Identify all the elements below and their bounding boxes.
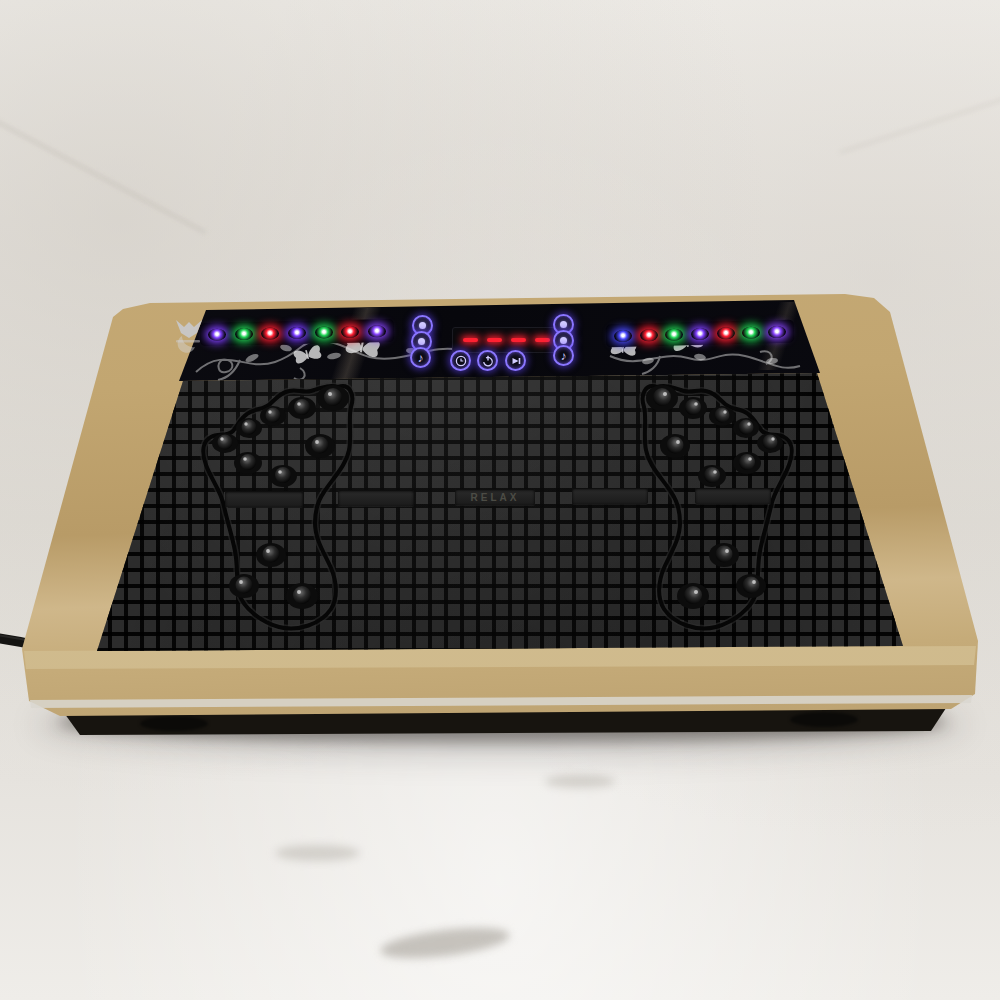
embossed-slot [225, 491, 303, 507]
product-photo: ♪ ♪ [0, 0, 1000, 1000]
relax-label: RELAX [471, 492, 520, 503]
embossed-slot [338, 490, 414, 506]
embossed-slot-relax: RELAX [455, 489, 535, 505]
embossed-slot [572, 488, 648, 504]
embossed-slot [695, 488, 771, 504]
